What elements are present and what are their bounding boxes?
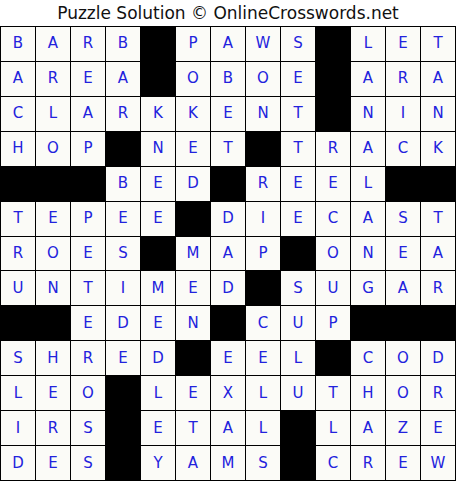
cell-letter: G: [362, 281, 374, 296]
cell-letter: W: [431, 456, 446, 471]
cell-letter: M: [187, 246, 200, 261]
grid-cell: E: [281, 202, 315, 236]
black-cell: [386, 306, 420, 340]
black-cell: [1, 306, 35, 340]
grid-cell: E: [386, 27, 420, 61]
grid-cell: G: [351, 271, 385, 305]
cell-letter: T: [13, 211, 22, 226]
cell-letter: D: [152, 351, 164, 366]
grid-cell: E: [176, 376, 210, 410]
black-cell: [71, 167, 105, 201]
cell-letter: E: [223, 351, 232, 366]
grid-cell: T: [281, 97, 315, 131]
cell-letter: A: [363, 421, 373, 436]
cell-letter: R: [13, 246, 23, 261]
grid-cell: B: [106, 27, 140, 61]
grid-cell: U: [316, 271, 350, 305]
cell-letter: N: [257, 106, 268, 121]
grid-cell: T: [176, 411, 210, 445]
grid-cell: A: [421, 62, 455, 96]
cell-letter: N: [362, 106, 373, 121]
cell-letter: D: [222, 281, 234, 296]
cell-letter: E: [153, 211, 162, 226]
grid-cell: U: [281, 376, 315, 410]
grid-cell: E: [36, 376, 70, 410]
cell-letter: H: [47, 351, 58, 366]
grid-cell: W: [246, 27, 280, 61]
cell-letter: P: [258, 246, 267, 261]
crossword-grid: BARBPAWSLETAREAOBOEARACLARKKENTNINHOPNET…: [0, 26, 456, 481]
cell-letter: S: [293, 281, 303, 296]
grid-cell: R: [421, 271, 455, 305]
cell-letter: P: [83, 211, 92, 226]
cell-letter: E: [83, 71, 92, 86]
cell-letter: K: [188, 106, 198, 121]
cell-letter: E: [293, 71, 302, 86]
cell-letter: T: [223, 141, 232, 156]
cell-letter: S: [13, 351, 23, 366]
cell-letter: B: [13, 36, 23, 51]
grid-cell: P: [176, 27, 210, 61]
grid-cell: T: [71, 271, 105, 305]
grid-cell: R: [351, 446, 385, 480]
grid-cell: O: [71, 376, 105, 410]
grid-cell: I: [246, 202, 280, 236]
grid-cell: R: [71, 341, 105, 375]
grid-cell: O: [246, 62, 280, 96]
cell-letter: L: [14, 386, 22, 401]
grid-cell: E: [141, 167, 175, 201]
grid-cell: N: [176, 306, 210, 340]
grid-cell: R: [421, 376, 455, 410]
black-cell: [1, 167, 35, 201]
grid-cell: D: [176, 167, 210, 201]
cell-letter: A: [223, 246, 233, 261]
cell-letter: C: [328, 456, 338, 471]
cell-letter: B: [118, 36, 128, 51]
cell-letter: M: [152, 281, 165, 296]
grid-cell: O: [36, 237, 70, 271]
cell-letter: E: [398, 246, 407, 261]
grid-cell: N: [351, 97, 385, 131]
grid-cell: C: [1, 97, 35, 131]
grid-cell: T: [421, 202, 455, 236]
cell-letter: L: [259, 421, 267, 436]
black-cell: [106, 446, 140, 480]
grid-cell: M: [141, 271, 175, 305]
grid-cell: N: [36, 271, 70, 305]
cell-letter: E: [118, 211, 127, 226]
grid-cell: E: [71, 62, 105, 96]
cell-letter: E: [153, 176, 162, 191]
grid-cell: C: [316, 202, 350, 236]
cell-letter: E: [258, 351, 267, 366]
black-cell: [246, 132, 280, 166]
grid-cell: E: [71, 306, 105, 340]
grid-cell: D: [106, 306, 140, 340]
cell-letter: O: [397, 386, 409, 401]
grid-cell: C: [386, 132, 420, 166]
grid-cell: H: [1, 132, 35, 166]
grid-cell: L: [141, 376, 175, 410]
grid-cell: P: [246, 237, 280, 271]
grid-cell: P: [71, 202, 105, 236]
cell-letter: A: [433, 246, 443, 261]
grid-cell: L: [351, 27, 385, 61]
grid-cell: E: [316, 167, 350, 201]
cell-letter: N: [47, 281, 58, 296]
black-cell: [316, 97, 350, 131]
grid-cell: E: [36, 446, 70, 480]
grid-cell: R: [386, 62, 420, 96]
black-cell: [316, 27, 350, 61]
black-cell: [211, 306, 245, 340]
grid-cell: S: [281, 271, 315, 305]
cell-letter: I: [401, 106, 405, 121]
grid-cell: E: [176, 132, 210, 166]
black-cell: [211, 167, 245, 201]
grid-cell: A: [351, 202, 385, 236]
cell-letter: O: [47, 246, 59, 261]
grid-cell: H: [351, 376, 385, 410]
cell-letter: A: [83, 106, 93, 121]
cell-letter: E: [83, 316, 92, 331]
cell-letter: L: [49, 106, 57, 121]
cell-letter: P: [328, 316, 337, 331]
grid-cell: E: [421, 411, 455, 445]
black-cell: [421, 167, 455, 201]
cell-letter: U: [293, 316, 304, 331]
grid-cell: L: [351, 167, 385, 201]
grid-cell: T: [1, 202, 35, 236]
cell-letter: I: [16, 421, 20, 436]
cell-letter: E: [433, 421, 442, 436]
black-cell: [36, 306, 70, 340]
cell-letter: S: [258, 456, 268, 471]
grid-cell: L: [316, 411, 350, 445]
cell-letter: D: [117, 316, 129, 331]
grid-cell: D: [211, 271, 245, 305]
cell-letter: R: [328, 141, 338, 156]
grid-cell: B: [106, 167, 140, 201]
grid-cell: M: [176, 237, 210, 271]
cell-letter: S: [83, 421, 93, 436]
cell-letter: E: [83, 246, 92, 261]
grid-cell: A: [71, 97, 105, 131]
cell-letter: O: [82, 386, 94, 401]
cell-letter: L: [364, 176, 372, 191]
cell-letter: Y: [153, 456, 162, 471]
cell-letter: E: [293, 176, 302, 191]
grid-cell: E: [211, 341, 245, 375]
cell-letter: E: [48, 386, 57, 401]
cell-letter: R: [398, 71, 408, 86]
black-cell: [106, 132, 140, 166]
cell-letter: H: [362, 386, 373, 401]
grid-cell: S: [71, 411, 105, 445]
cell-letter: H: [12, 141, 23, 156]
grid-cell: N: [246, 97, 280, 131]
grid-cell: R: [71, 27, 105, 61]
grid-cell: I: [386, 97, 420, 131]
grid-cell: L: [246, 411, 280, 445]
grid-cell: Y: [141, 446, 175, 480]
cell-letter: A: [13, 71, 23, 86]
cell-letter: E: [398, 456, 407, 471]
grid-cell: E: [106, 341, 140, 375]
grid-cell: A: [106, 62, 140, 96]
cell-letter: C: [258, 316, 268, 331]
grid-cell: I: [106, 271, 140, 305]
black-cell: [106, 376, 140, 410]
cell-letter: A: [363, 71, 373, 86]
grid-cell: E: [106, 202, 140, 236]
cell-letter: C: [328, 211, 338, 226]
grid-cell: T: [211, 132, 245, 166]
black-cell: [281, 411, 315, 445]
grid-cell: O: [36, 132, 70, 166]
cell-letter: L: [154, 386, 162, 401]
cell-letter: L: [294, 351, 302, 366]
cell-letter: P: [83, 141, 92, 156]
grid-cell: U: [281, 306, 315, 340]
grid-cell: L: [36, 97, 70, 131]
grid-cell: S: [386, 202, 420, 236]
cell-letter: E: [48, 211, 57, 226]
cell-letter: E: [328, 176, 337, 191]
cell-letter: Z: [398, 421, 408, 436]
cell-letter: A: [188, 456, 198, 471]
cell-letter: T: [83, 281, 92, 296]
cell-letter: R: [83, 351, 93, 366]
cell-letter: R: [48, 421, 58, 436]
grid-cell: S: [1, 341, 35, 375]
cell-letter: S: [118, 246, 128, 261]
black-cell: [176, 202, 210, 236]
grid-cell: E: [211, 97, 245, 131]
cell-letter: X: [223, 386, 233, 401]
grid-cell: D: [1, 446, 35, 480]
cell-letter: A: [398, 281, 408, 296]
cell-letter: R: [48, 71, 58, 86]
black-cell: [281, 446, 315, 480]
cell-letter: A: [118, 71, 128, 86]
grid-cell: N: [421, 97, 455, 131]
grid-cell: L: [246, 376, 280, 410]
black-cell: [316, 62, 350, 96]
grid-cell: K: [176, 97, 210, 131]
cell-letter: K: [153, 106, 163, 121]
black-cell: [386, 167, 420, 201]
cell-letter: N: [152, 141, 163, 156]
cell-letter: D: [187, 176, 199, 191]
grid-cell: D: [421, 341, 455, 375]
grid-cell: S: [281, 27, 315, 61]
grid-cell: E: [141, 306, 175, 340]
grid-cell: C: [351, 341, 385, 375]
grid-cell: E: [36, 202, 70, 236]
puzzle-solution-page: Puzzle Solution © OnlineCrosswords.net B…: [0, 0, 456, 481]
cell-letter: E: [188, 386, 197, 401]
grid-cell: E: [141, 202, 175, 236]
cell-letter: P: [188, 36, 197, 51]
cell-letter: C: [398, 141, 408, 156]
cell-letter: E: [153, 421, 162, 436]
black-cell: [106, 411, 140, 445]
grid-cell: E: [281, 62, 315, 96]
cell-letter: E: [118, 351, 127, 366]
grid-cell: A: [211, 411, 245, 445]
black-cell: [351, 306, 385, 340]
grid-cell: T: [316, 376, 350, 410]
grid-cell: W: [421, 446, 455, 480]
grid-cell: X: [211, 376, 245, 410]
grid-cell: I: [1, 411, 35, 445]
grid-cell: E: [71, 237, 105, 271]
grid-cell: E: [176, 271, 210, 305]
grid-cell: H: [36, 341, 70, 375]
cell-letter: R: [433, 281, 443, 296]
black-cell: [281, 237, 315, 271]
grid-cell: T: [421, 27, 455, 61]
grid-cell: S: [71, 446, 105, 480]
cell-letter: N: [187, 316, 198, 331]
cell-letter: A: [223, 421, 233, 436]
grid-cell: E: [386, 446, 420, 480]
cell-letter: N: [362, 246, 373, 261]
grid-cell: R: [246, 167, 280, 201]
black-cell: [246, 271, 280, 305]
grid-cell: B: [1, 27, 35, 61]
grid-cell: R: [36, 62, 70, 96]
black-cell: [141, 62, 175, 96]
cell-letter: T: [293, 106, 302, 121]
cell-letter: E: [153, 316, 162, 331]
cell-letter: L: [364, 36, 372, 51]
cell-letter: E: [293, 211, 302, 226]
grid-cell: E: [281, 167, 315, 201]
grid-cell: O: [176, 62, 210, 96]
cell-letter: O: [187, 71, 199, 86]
black-cell: [141, 27, 175, 61]
cell-letter: O: [257, 71, 269, 86]
cell-letter: U: [13, 281, 24, 296]
grid-cell: A: [211, 237, 245, 271]
grid-cell: K: [141, 97, 175, 131]
grid-cell: O: [386, 376, 420, 410]
cell-letter: I: [121, 281, 125, 296]
cell-letter: R: [83, 36, 93, 51]
grid-cell: R: [106, 97, 140, 131]
grid-cell: P: [316, 306, 350, 340]
grid-cell: O: [386, 341, 420, 375]
cell-letter: O: [327, 246, 339, 261]
grid-cell: N: [351, 237, 385, 271]
cell-letter: K: [433, 141, 443, 156]
grid-cell: L: [281, 341, 315, 375]
cell-letter: D: [222, 211, 234, 226]
cell-letter: A: [223, 36, 233, 51]
cell-letter: R: [118, 106, 128, 121]
grid-cell: P: [71, 132, 105, 166]
cell-letter: R: [363, 456, 373, 471]
grid-cell: A: [351, 411, 385, 445]
grid-cell: A: [386, 271, 420, 305]
cell-letter: C: [13, 106, 23, 121]
cell-letter: R: [433, 386, 443, 401]
grid-cell: Z: [386, 411, 420, 445]
grid-cell: L: [1, 376, 35, 410]
grid-cell: K: [421, 132, 455, 166]
cell-letter: T: [293, 141, 302, 156]
grid-cell: T: [281, 132, 315, 166]
cell-letter: A: [363, 211, 373, 226]
cell-letter: M: [222, 456, 235, 471]
cell-letter: I: [261, 211, 265, 226]
black-cell: [141, 237, 175, 271]
grid-cell: O: [316, 237, 350, 271]
cell-letter: A: [433, 71, 443, 86]
cell-letter: B: [118, 176, 128, 191]
cell-letter: T: [188, 421, 197, 436]
cell-letter: O: [397, 351, 409, 366]
grid-cell: A: [351, 132, 385, 166]
grid-cell: E: [246, 341, 280, 375]
grid-cell: D: [211, 202, 245, 236]
grid-cell: A: [211, 27, 245, 61]
cell-letter: U: [328, 281, 339, 296]
black-cell: [316, 341, 350, 375]
grid-cell: N: [141, 132, 175, 166]
grid-cell: E: [386, 237, 420, 271]
cell-letter: E: [223, 106, 232, 121]
grid-cell: A: [351, 62, 385, 96]
grid-cell: R: [1, 237, 35, 271]
grid-cell: R: [36, 411, 70, 445]
grid-cell: E: [141, 411, 175, 445]
grid-cell: M: [211, 446, 245, 480]
cell-letter: W: [256, 36, 271, 51]
cell-letter: R: [258, 176, 268, 191]
cell-letter: A: [363, 141, 373, 156]
grid-cell: A: [421, 237, 455, 271]
grid-cell: R: [316, 132, 350, 166]
cell-letter: L: [259, 386, 267, 401]
cell-letter: T: [433, 211, 442, 226]
cell-letter: E: [188, 281, 197, 296]
grid-cell: A: [36, 27, 70, 61]
grid-cell: D: [141, 341, 175, 375]
cell-letter: T: [328, 386, 337, 401]
grid-cell: U: [1, 271, 35, 305]
cell-letter: O: [47, 141, 59, 156]
cell-letter: E: [48, 456, 57, 471]
cell-letter: E: [398, 36, 407, 51]
grid-cell: C: [316, 446, 350, 480]
cell-letter: A: [48, 36, 58, 51]
black-cell: [176, 341, 210, 375]
grid-cell: A: [176, 446, 210, 480]
grid-cell: B: [211, 62, 245, 96]
cell-letter: D: [432, 351, 444, 366]
cell-letter: C: [363, 351, 373, 366]
cell-letter: S: [83, 456, 93, 471]
cell-letter: L: [329, 421, 337, 436]
cell-letter: E: [188, 141, 197, 156]
grid-cell: C: [246, 306, 280, 340]
cell-letter: D: [12, 456, 24, 471]
cell-letter: S: [293, 36, 303, 51]
